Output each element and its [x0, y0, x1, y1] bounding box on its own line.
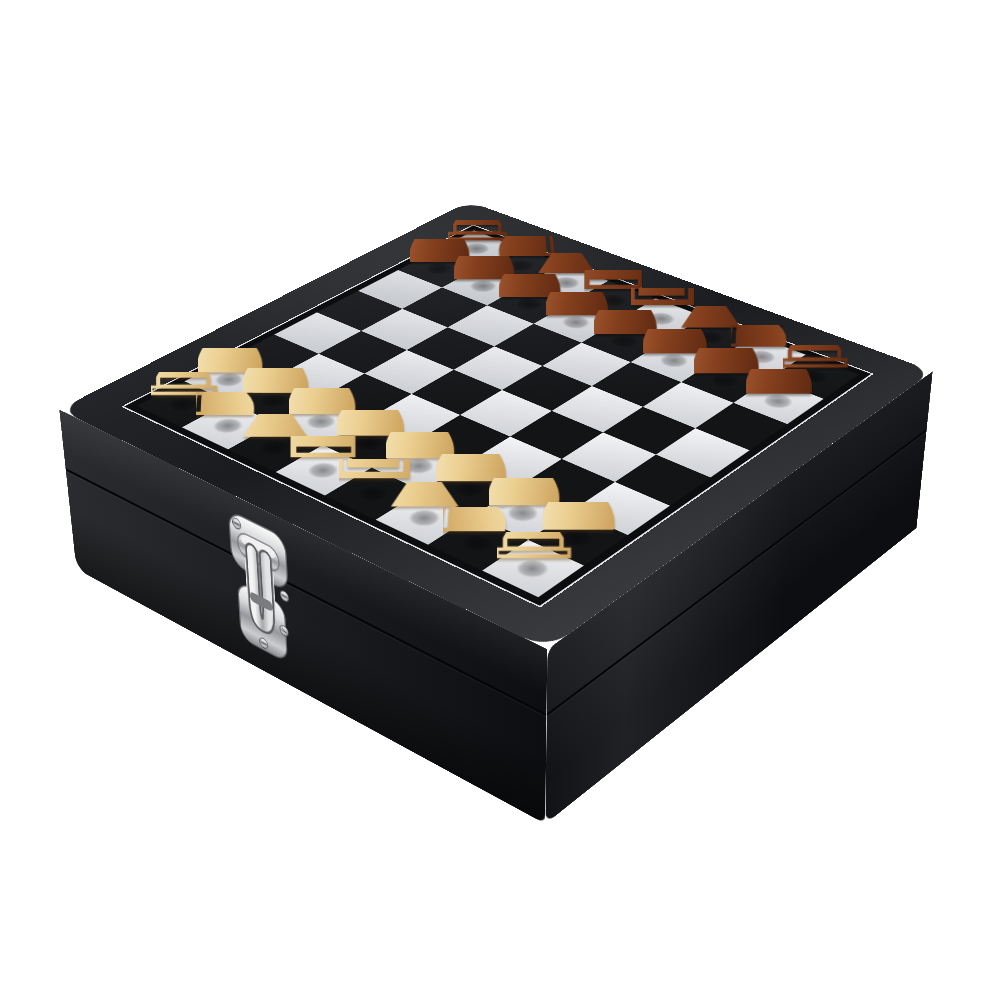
- white-rook-h1: ♜: [497, 532, 569, 604]
- scene-3d: ♜♞♝♛♚♝♞♜♟♟♟♟♟♟♟♟♟♟♟♟♟♟♟♟♜♞♝♛♚♝♞♜: [0, 0, 1000, 1000]
- metal-latch: [215, 500, 306, 676]
- product-photo-canvas: ♜♞♝♛♚♝♞♜♟♟♟♟♟♟♟♟♟♟♟♟♟♟♟♟♜♞♝♛♚♝♞♜: [0, 0, 1000, 1000]
- rook-glyph: ♜: [472, 444, 593, 579]
- pawn-glyph: ♟: [729, 300, 828, 411]
- black-pawn-h7: ♟: [746, 369, 810, 433]
